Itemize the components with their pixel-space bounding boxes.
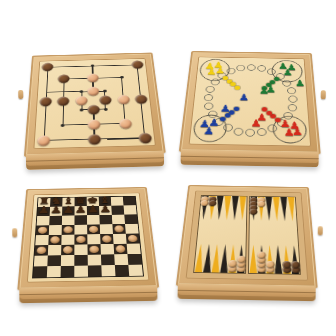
ludo-dot-blue xyxy=(234,106,240,110)
backgammon-point-bottom xyxy=(274,245,283,274)
mill-piece-dark xyxy=(88,134,101,145)
backgammon-checker-light xyxy=(257,201,265,207)
backgammon-point-top xyxy=(223,196,232,220)
ludo-pawn-green: ♟ xyxy=(282,68,293,77)
ludo-dot-blue xyxy=(224,113,230,118)
chess-board-top: ♜♞♝♛♚♝♟♟♟♟♟♟ xyxy=(17,187,159,290)
ludo-track-ring xyxy=(247,64,256,71)
backgammon-point-top xyxy=(280,197,289,221)
backgammon-point-top xyxy=(287,197,296,221)
draughts-man xyxy=(114,225,124,232)
mill-board-top xyxy=(24,52,166,156)
draughts-man xyxy=(38,227,47,234)
draughts-man xyxy=(128,235,138,242)
ludo-track-ring xyxy=(204,103,214,110)
backgammon-surface xyxy=(186,191,309,281)
ludo-pawn-red: ♟ xyxy=(291,127,303,137)
ludo-track-ring xyxy=(288,96,298,103)
ludo-pawn-blue: ♟ xyxy=(203,126,215,136)
draughts-man xyxy=(89,226,98,233)
backgammon-point-bottom xyxy=(194,244,205,273)
backgammon-checker-light xyxy=(266,261,275,268)
chess-box-side xyxy=(19,286,157,303)
mill-point-dot xyxy=(104,108,108,111)
chess-surface: ♜♞♝♛♚♝♟♟♟♟♟♟ xyxy=(27,193,150,283)
ludo-track-ring xyxy=(287,104,297,111)
draughts-man xyxy=(37,247,47,255)
backgammon-left-half xyxy=(193,195,247,274)
ludo-track-ring xyxy=(203,94,213,101)
mill-point-dot xyxy=(120,76,124,79)
draughts-man xyxy=(63,226,72,233)
ludo-track-ring xyxy=(236,65,245,72)
draughts-man xyxy=(89,246,99,254)
ludo-pawn-green: ♟ xyxy=(295,79,306,88)
backgammon-checker-dark xyxy=(291,261,300,268)
board-ludo: ♟♟♟♟♟♟♟♟♟♟♟♟♟♟♟♟♟♟♟♟♟ xyxy=(179,10,323,154)
backgammon-right-half xyxy=(248,196,301,275)
mill-piece-dark xyxy=(139,133,153,144)
ludo-pawn-red: ♟ xyxy=(250,118,261,128)
board-mill xyxy=(20,11,166,157)
draughts-man xyxy=(50,236,60,243)
ludo-pawn-yellow: ♟ xyxy=(215,66,226,75)
backgammon-point-top xyxy=(265,197,273,221)
ludo-pawn-green: ♟ xyxy=(265,85,276,94)
mill-piece-dark xyxy=(132,60,144,68)
draughts-man xyxy=(102,235,112,242)
ludo-pawn-blue: ♟ xyxy=(239,93,250,102)
ludo-dot-yellow xyxy=(235,86,241,90)
chess-piece: ♟ xyxy=(62,204,74,216)
backgammon-point-bottom xyxy=(211,244,221,273)
board-backgammon xyxy=(176,144,320,288)
chess-piece: ♟ xyxy=(37,204,49,216)
ludo-track-ring xyxy=(206,86,216,93)
chess-piece: ♟ xyxy=(50,204,62,216)
product-photo-game-compendium: ♟♟♟♟♟♟♟♟♟♟♟♟♟♟♟♟♟♟♟♟♟ ♜♞♝♛♚♝♟♟♟♟♟♟ xyxy=(0,0,336,336)
board-chess-draughts: ♜♞♝♛♚♝♟♟♟♟♟♟ xyxy=(15,146,159,290)
ludo-track-ring xyxy=(257,65,266,72)
chess-piece: ♟ xyxy=(99,203,111,215)
ludo-dot-red xyxy=(271,114,277,119)
box-seam xyxy=(19,292,157,295)
backgammon-point-bottom xyxy=(249,245,258,274)
backgammon-point-bottom xyxy=(203,244,214,273)
backgammon-board-top xyxy=(176,185,318,288)
backgammon-checker-light xyxy=(257,251,266,258)
chess-pieces-layer: ♜♞♝♛♚♝♟♟♟♟♟♟ xyxy=(33,196,143,277)
draughts-man xyxy=(63,246,73,254)
ludo-surface: ♟♟♟♟♟♟♟♟♟♟♟♟♟♟♟♟♟♟♟♟♟ xyxy=(189,57,312,147)
draughts-man xyxy=(116,245,126,253)
mill-piece-dark xyxy=(135,94,148,103)
backgammon-point-top xyxy=(231,196,240,220)
backgammon-checker-dark xyxy=(250,209,258,215)
ludo-track-ring xyxy=(287,87,296,94)
mill-surface xyxy=(33,58,156,149)
backgammon-box-side xyxy=(178,284,316,301)
chess-piece: ♟ xyxy=(87,203,99,215)
mill-point-dot xyxy=(103,89,107,92)
mill-piece-light xyxy=(37,136,50,147)
ludo-track-ring xyxy=(234,128,244,136)
ludo-board-top: ♟♟♟♟♟♟♟♟♟♟♟♟♟♟♟♟♟♟♟♟♟ xyxy=(179,51,321,154)
hinge-knob xyxy=(18,90,23,99)
backgammon-point-top xyxy=(272,197,280,221)
draughts-man xyxy=(76,236,85,243)
ludo-track-ring xyxy=(245,129,255,137)
backgammon-point-top xyxy=(238,196,246,220)
clasp-knob xyxy=(321,90,326,99)
box-seam xyxy=(178,290,316,293)
clasp-knob xyxy=(318,226,323,235)
chess-piece: ♟ xyxy=(75,204,87,216)
ludo-pawn-blue: ♟ xyxy=(220,104,231,114)
backgammon-checker-light xyxy=(237,256,246,263)
backgammon-checker-dark xyxy=(208,200,216,206)
hinge-knob xyxy=(12,228,17,237)
